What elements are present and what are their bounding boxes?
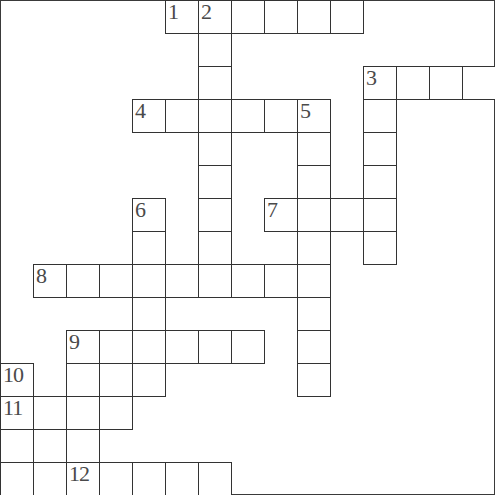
cell-r14-c1[interactable]	[33, 462, 67, 495]
clue-number-6: 6	[135, 200, 145, 220]
cell-r6-c11[interactable]	[363, 198, 397, 232]
cell-r2-c11[interactable]: 3	[363, 66, 397, 100]
cell-r7-c11[interactable]	[363, 231, 397, 265]
cell-r2-c6[interactable]	[198, 66, 232, 100]
clue-number-11: 11	[3, 398, 22, 418]
cell-r14-c2[interactable]: 12	[66, 462, 100, 495]
cell-r8-c2[interactable]	[66, 264, 100, 298]
cell-r13-c2[interactable]	[66, 429, 100, 463]
cell-r9-c4[interactable]	[132, 297, 166, 331]
cell-r8-c1[interactable]: 8	[33, 264, 67, 298]
cell-r2-c13[interactable]	[429, 66, 463, 100]
cell-r0-c5[interactable]: 1	[165, 0, 199, 34]
cell-r3-c7[interactable]	[231, 99, 265, 133]
cell-r0-c10[interactable]	[330, 0, 364, 34]
clue-number-10: 10	[3, 365, 23, 385]
cell-r12-c1[interactable]	[33, 396, 67, 430]
clue-number-1: 1	[168, 2, 178, 22]
crossword-board: 123456789101112	[0, 0, 495, 495]
cell-r11-c2[interactable]	[66, 363, 100, 397]
cell-r4-c11[interactable]	[363, 132, 397, 166]
cell-r6-c8[interactable]: 7	[264, 198, 298, 232]
cell-r0-c8[interactable]	[264, 0, 298, 34]
cell-r6-c10[interactable]	[330, 198, 364, 232]
cell-r2-c12[interactable]	[396, 66, 430, 100]
clue-number-7: 7	[267, 200, 277, 220]
clue-number-4: 4	[135, 101, 145, 121]
cell-r12-c3[interactable]	[99, 396, 133, 430]
cell-r7-c9[interactable]	[297, 231, 331, 265]
clue-number-9: 9	[69, 332, 79, 352]
cell-r6-c6[interactable]	[198, 198, 232, 232]
cell-r5-c6[interactable]	[198, 165, 232, 199]
cell-r11-c3[interactable]	[99, 363, 133, 397]
cell-r14-c4[interactable]	[132, 462, 166, 495]
cell-r8-c4[interactable]	[132, 264, 166, 298]
cell-r7-c6[interactable]	[198, 231, 232, 265]
cell-r0-c6[interactable]: 2	[198, 0, 232, 34]
cell-r11-c0[interactable]: 10	[0, 363, 34, 397]
clue-number-2: 2	[201, 2, 211, 22]
cell-r6-c9[interactable]	[297, 198, 331, 232]
clue-number-3: 3	[366, 68, 376, 88]
cell-r10-c5[interactable]	[165, 330, 199, 364]
cell-r6-c4[interactable]: 6	[132, 198, 166, 232]
cell-r14-c5[interactable]	[165, 462, 199, 495]
cell-r3-c5[interactable]	[165, 99, 199, 133]
cell-r4-c6[interactable]	[198, 132, 232, 166]
cell-r8-c7[interactable]	[231, 264, 265, 298]
cell-r11-c9[interactable]	[297, 363, 331, 397]
cell-r12-c0[interactable]: 11	[0, 396, 34, 430]
cell-r4-c9[interactable]	[297, 132, 331, 166]
cell-r13-c0[interactable]	[0, 429, 34, 463]
clue-number-8: 8	[36, 266, 46, 286]
cell-r1-c6[interactable]	[198, 33, 232, 67]
cell-r10-c2[interactable]: 9	[66, 330, 100, 364]
cell-r3-c6[interactable]	[198, 99, 232, 133]
cell-r8-c5[interactable]	[165, 264, 199, 298]
cell-r14-c0[interactable]	[0, 462, 34, 495]
cell-r3-c9[interactable]: 5	[297, 99, 331, 133]
cell-r10-c6[interactable]	[198, 330, 232, 364]
cell-r8-c6[interactable]	[198, 264, 232, 298]
cell-r10-c3[interactable]	[99, 330, 133, 364]
cell-r0-c7[interactable]	[231, 0, 265, 34]
cell-r3-c11[interactable]	[363, 99, 397, 133]
cell-r2-c14[interactable]	[462, 66, 495, 100]
cell-r3-c4[interactable]: 4	[132, 99, 166, 133]
cell-r9-c9[interactable]	[297, 297, 331, 331]
cell-r8-c3[interactable]	[99, 264, 133, 298]
cell-r3-c8[interactable]	[264, 99, 298, 133]
clue-number-12: 12	[69, 464, 89, 484]
cell-r14-c3[interactable]	[99, 462, 133, 495]
cell-r10-c9[interactable]	[297, 330, 331, 364]
cell-r7-c4[interactable]	[132, 231, 166, 265]
cell-r14-c6[interactable]	[198, 462, 232, 495]
cell-r12-c2[interactable]	[66, 396, 100, 430]
cell-r5-c11[interactable]	[363, 165, 397, 199]
cell-r0-c9[interactable]	[297, 0, 331, 34]
cell-r8-c8[interactable]	[264, 264, 298, 298]
cell-r5-c9[interactable]	[297, 165, 331, 199]
clue-number-5: 5	[300, 101, 310, 121]
cell-r10-c7[interactable]	[231, 330, 265, 364]
cell-r13-c1[interactable]	[33, 429, 67, 463]
cell-r11-c4[interactable]	[132, 363, 166, 397]
cell-r10-c4[interactable]	[132, 330, 166, 364]
cell-r8-c9[interactable]	[297, 264, 331, 298]
